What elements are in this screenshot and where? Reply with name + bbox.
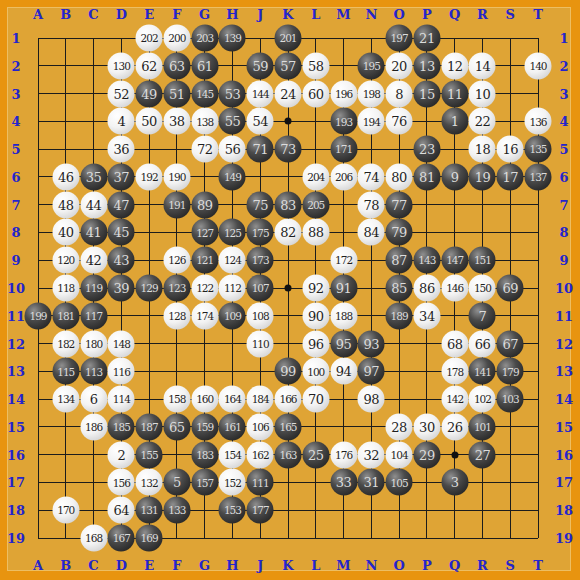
stone-B8-move-40[interactable]: 40 — [52, 219, 79, 246]
stone-H5-move-56[interactable]: 56 — [219, 136, 246, 163]
stone-F14-move-158[interactable]: 158 — [163, 386, 190, 413]
stone-F6-move-190[interactable]: 190 — [163, 163, 190, 190]
stone-J12-move-110-label: 110 — [252, 338, 269, 349]
stone-B18-move-170[interactable]: 170 — [52, 497, 79, 524]
stone-F18-move-133[interactable]: 133 — [163, 497, 190, 524]
coord-top-H: H — [226, 7, 238, 22]
stone-D10-move-39[interactable]: 39 — [108, 275, 135, 302]
stone-H3-move-53-label: 53 — [225, 87, 241, 100]
stone-H11-move-109[interactable]: 109 — [219, 302, 246, 329]
stone-H6-move-149-label: 149 — [224, 172, 241, 183]
stone-H3-move-53[interactable]: 53 — [219, 80, 246, 107]
stone-Q10-move-146[interactable]: 146 — [441, 275, 468, 302]
stone-G3-move-145[interactable]: 145 — [191, 80, 218, 107]
stone-H9-move-124[interactable]: 124 — [219, 247, 246, 274]
coord-bottom-E: E — [144, 558, 154, 573]
stone-S12-move-67[interactable]: 67 — [497, 330, 524, 357]
stone-N16-move-32[interactable]: 32 — [358, 441, 385, 468]
stone-T5-move-135-label: 135 — [529, 144, 546, 155]
stone-E4-move-50[interactable]: 50 — [136, 108, 163, 135]
stone-G8-move-127[interactable]: 127 — [191, 219, 218, 246]
stone-L8-move-88[interactable]: 88 — [302, 219, 329, 246]
stone-G17-move-157[interactable]: 157 — [191, 469, 218, 496]
stone-P9-move-143-label: 143 — [418, 255, 435, 266]
stone-O3-move-8-label: 8 — [395, 87, 403, 100]
stone-E1-move-202-label: 202 — [141, 33, 158, 44]
stone-Q10-move-146-label: 146 — [446, 283, 463, 294]
stone-F11-move-128[interactable]: 128 — [163, 302, 190, 329]
stone-J11-move-108[interactable]: 108 — [247, 302, 274, 329]
stone-N2-move-195[interactable]: 195 — [358, 52, 385, 79]
stone-H17-move-152[interactable]: 152 — [219, 469, 246, 496]
stone-B6-move-46[interactable]: 46 — [52, 163, 79, 190]
stone-L3-move-60[interactable]: 60 — [302, 80, 329, 107]
stone-J7-move-75[interactable]: 75 — [247, 191, 274, 218]
stone-D15-move-185-label: 185 — [113, 422, 130, 433]
stone-K8-move-82[interactable]: 82 — [275, 219, 302, 246]
stone-M5-move-171[interactable]: 171 — [330, 136, 357, 163]
stone-C15-move-186-label: 186 — [85, 422, 102, 433]
stone-E3-move-49[interactable]: 49 — [136, 80, 163, 107]
stone-R10-move-150-label: 150 — [474, 283, 491, 294]
stone-G4-move-138[interactable]: 138 — [191, 108, 218, 135]
stone-O8-move-79[interactable]: 79 — [386, 219, 413, 246]
stone-H8-move-125[interactable]: 125 — [219, 219, 246, 246]
coord-left-12: 12 — [7, 336, 25, 351]
coord-top-T: T — [533, 7, 543, 22]
stone-L16-move-25[interactable]: 25 — [302, 441, 329, 468]
stone-L11-move-90[interactable]: 90 — [302, 302, 329, 329]
stone-R12-move-66-label: 66 — [475, 337, 491, 350]
stone-P3-move-15-label: 15 — [419, 87, 435, 100]
stone-D4-move-4[interactable]: 4 — [108, 108, 135, 135]
stone-R16-move-27[interactable]: 27 — [469, 441, 496, 468]
coord-right-1: 1 — [559, 31, 568, 46]
stone-F10-move-123-label: 123 — [168, 283, 185, 294]
stone-J9-move-173[interactable]: 173 — [247, 247, 274, 274]
stone-C15-move-186[interactable]: 186 — [80, 413, 107, 440]
stone-E15-move-187[interactable]: 187 — [136, 413, 163, 440]
stone-L13-move-100[interactable]: 100 — [302, 358, 329, 385]
stone-K13-move-99[interactable]: 99 — [275, 358, 302, 385]
stone-J14-move-184[interactable]: 184 — [247, 386, 274, 413]
stone-G14-move-160[interactable]: 160 — [191, 386, 218, 413]
stone-M4-move-193[interactable]: 193 — [330, 108, 357, 135]
coord-right-9: 9 — [559, 253, 568, 268]
stone-O15-move-28[interactable]: 28 — [386, 413, 413, 440]
stone-D6-move-37[interactable]: 37 — [108, 163, 135, 190]
stone-Q17-move-3[interactable]: 3 — [441, 469, 468, 496]
stone-N4-move-194[interactable]: 194 — [358, 108, 385, 135]
stone-R5-move-18-label: 18 — [475, 143, 491, 156]
stone-D8-move-45[interactable]: 45 — [108, 219, 135, 246]
stone-F2-move-63[interactable]: 63 — [163, 52, 190, 79]
stone-G15-move-159-label: 159 — [196, 422, 213, 433]
coord-bottom-H: H — [226, 558, 238, 573]
coord-bottom-J: J — [257, 558, 263, 573]
stone-P10-move-86-label: 86 — [419, 282, 435, 295]
stone-F3-move-51[interactable]: 51 — [163, 80, 190, 107]
stone-S12-move-67-label: 67 — [502, 337, 518, 350]
stone-O9-move-87[interactable]: 87 — [386, 247, 413, 274]
stone-M13-move-94-label: 94 — [336, 365, 352, 378]
stone-G16-move-183[interactable]: 183 — [191, 441, 218, 468]
stone-P5-move-23[interactable]: 23 — [413, 136, 440, 163]
stone-M3-move-196[interactable]: 196 — [330, 80, 357, 107]
stone-H1-move-139-label: 139 — [224, 33, 241, 44]
stone-N16-move-32-label: 32 — [364, 448, 380, 461]
stone-J5-move-71[interactable]: 71 — [247, 136, 274, 163]
stone-T5-move-135[interactable]: 135 — [525, 136, 552, 163]
stone-M9-move-172[interactable]: 172 — [330, 247, 357, 274]
stone-D12-move-148[interactable]: 148 — [108, 330, 135, 357]
stone-N12-move-93[interactable]: 93 — [358, 330, 385, 357]
stone-P9-move-143[interactable]: 143 — [413, 247, 440, 274]
stone-F4-move-38[interactable]: 38 — [163, 108, 190, 135]
stone-H4-move-55[interactable]: 55 — [219, 108, 246, 135]
stone-K14-move-166[interactable]: 166 — [275, 386, 302, 413]
stone-J16-move-162[interactable]: 162 — [247, 441, 274, 468]
stone-N14-move-98[interactable]: 98 — [358, 386, 385, 413]
stone-R14-move-102[interactable]: 102 — [469, 386, 496, 413]
stone-S6-move-17[interactable]: 17 — [497, 163, 524, 190]
stone-J4-move-54[interactable]: 54 — [247, 108, 274, 135]
stone-K5-move-73[interactable]: 73 — [275, 136, 302, 163]
stone-B10-move-118[interactable]: 118 — [52, 275, 79, 302]
stone-R11-move-7[interactable]: 7 — [469, 302, 496, 329]
stone-E19-move-169-label: 169 — [141, 533, 158, 544]
stone-K15-move-165[interactable]: 165 — [275, 413, 302, 440]
stone-D7-move-47[interactable]: 47 — [108, 191, 135, 218]
stone-R6-move-19[interactable]: 19 — [469, 163, 496, 190]
star-point-K10 — [285, 285, 292, 292]
stone-K16-move-163[interactable]: 163 — [275, 441, 302, 468]
coord-left-19: 19 — [7, 531, 25, 546]
stone-O8-move-79-label: 79 — [391, 226, 407, 239]
star-point-Q16 — [451, 451, 458, 458]
stone-F10-move-123[interactable]: 123 — [163, 275, 190, 302]
stone-E1-move-202[interactable]: 202 — [136, 25, 163, 52]
stone-B7-move-48[interactable]: 48 — [52, 191, 79, 218]
stone-J10-move-107[interactable]: 107 — [247, 275, 274, 302]
coord-right-4: 4 — [559, 114, 568, 129]
stone-C19-move-168[interactable]: 168 — [80, 525, 107, 552]
stone-P2-move-13[interactable]: 13 — [413, 52, 440, 79]
stone-N8-move-84[interactable]: 84 — [358, 219, 385, 246]
stone-F15-move-65-label: 65 — [169, 420, 185, 433]
stone-J12-move-110[interactable]: 110 — [247, 330, 274, 357]
stone-G4-move-138-label: 138 — [196, 116, 213, 127]
stone-B9-move-120[interactable]: 120 — [52, 247, 79, 274]
stone-S13-move-179[interactable]: 179 — [497, 358, 524, 385]
stone-F9-move-126[interactable]: 126 — [163, 247, 190, 274]
stone-Q12-move-68-label: 68 — [447, 337, 463, 350]
stone-F17-move-5[interactable]: 5 — [163, 469, 190, 496]
stone-F1-move-200[interactable]: 200 — [163, 25, 190, 52]
stone-O6-move-80[interactable]: 80 — [386, 163, 413, 190]
stone-R4-move-22[interactable]: 22 — [469, 108, 496, 135]
stone-G10-move-122[interactable]: 122 — [191, 275, 218, 302]
stone-Q17-move-3-label: 3 — [451, 476, 459, 489]
stone-K7-move-83[interactable]: 83 — [275, 191, 302, 218]
stone-N13-move-97[interactable]: 97 — [358, 358, 385, 385]
coord-top-L: L — [311, 7, 320, 22]
stone-G7-move-89[interactable]: 89 — [191, 191, 218, 218]
stone-Q15-move-26-label: 26 — [447, 420, 463, 433]
stone-G11-move-174[interactable]: 174 — [191, 302, 218, 329]
stone-E18-move-131[interactable]: 131 — [136, 497, 163, 524]
coord-left-7: 7 — [11, 197, 20, 212]
stone-C7-move-44[interactable]: 44 — [80, 191, 107, 218]
go-board[interactable]: AABBCCDDEEFFGGHHJJKKLLMMNNOOPPQQRRSSTT11… — [0, 0, 580, 580]
stone-S10-move-69-label: 69 — [502, 282, 518, 295]
stone-Q4-move-1[interactable]: 1 — [441, 108, 468, 135]
stone-D18-move-64[interactable]: 64 — [108, 497, 135, 524]
stone-B13-move-115[interactable]: 115 — [52, 358, 79, 385]
stone-B11-move-181[interactable]: 181 — [52, 302, 79, 329]
stone-R12-move-66[interactable]: 66 — [469, 330, 496, 357]
stone-J17-move-111[interactable]: 111 — [247, 469, 274, 496]
stone-H18-move-153[interactable]: 153 — [219, 497, 246, 524]
stone-E17-move-132[interactable]: 132 — [136, 469, 163, 496]
stone-O3-move-8[interactable]: 8 — [386, 80, 413, 107]
stone-C10-move-119[interactable]: 119 — [80, 275, 107, 302]
stone-R9-move-151[interactable]: 151 — [469, 247, 496, 274]
stone-H16-move-154[interactable]: 154 — [219, 441, 246, 468]
stone-G15-move-159[interactable]: 159 — [191, 413, 218, 440]
stone-H15-move-161[interactable]: 161 — [219, 413, 246, 440]
coord-bottom-L: L — [311, 558, 320, 573]
stone-Q9-move-147[interactable]: 147 — [441, 247, 468, 274]
coord-right-12: 12 — [555, 336, 573, 351]
coord-top-R: R — [477, 7, 488, 22]
stone-C11-move-117[interactable]: 117 — [80, 302, 107, 329]
stone-M10-move-91[interactable]: 91 — [330, 275, 357, 302]
stone-O2-move-20[interactable]: 20 — [386, 52, 413, 79]
coord-top-Q: Q — [449, 7, 460, 22]
stone-R15-move-101-label: 101 — [474, 422, 491, 433]
stone-O16-move-104-label: 104 — [391, 449, 408, 460]
stone-H11-move-109-label: 109 — [224, 311, 241, 322]
stone-D18-move-64-label: 64 — [114, 504, 130, 517]
coord-bottom-C: C — [88, 558, 98, 573]
stone-S5-move-16[interactable]: 16 — [497, 136, 524, 163]
stone-C6-move-35[interactable]: 35 — [80, 163, 107, 190]
stone-O7-move-77-label: 77 — [391, 198, 407, 211]
stone-S10-move-69[interactable]: 69 — [497, 275, 524, 302]
stone-B8-move-40-label: 40 — [58, 226, 74, 239]
stone-L10-move-92[interactable]: 92 — [302, 275, 329, 302]
stone-T2-move-140-label: 140 — [529, 61, 546, 72]
stone-O17-move-105[interactable]: 105 — [386, 469, 413, 496]
stone-S14-move-103[interactable]: 103 — [497, 386, 524, 413]
stone-O10-move-85[interactable]: 85 — [386, 275, 413, 302]
coord-left-1: 1 — [11, 31, 20, 46]
stone-L12-move-96[interactable]: 96 — [302, 330, 329, 357]
stone-E16-move-155[interactable]: 155 — [136, 441, 163, 468]
stone-Q13-move-178[interactable]: 178 — [441, 358, 468, 385]
stone-H6-move-149[interactable]: 149 — [219, 163, 246, 190]
stone-J8-move-175[interactable]: 175 — [247, 219, 274, 246]
stone-D5-move-36[interactable]: 36 — [108, 136, 135, 163]
stone-R5-move-18[interactable]: 18 — [469, 136, 496, 163]
stone-Q3-move-11[interactable]: 11 — [441, 80, 468, 107]
stone-R2-move-14[interactable]: 14 — [469, 52, 496, 79]
stone-L6-move-204[interactable]: 204 — [302, 163, 329, 190]
stone-D13-move-116[interactable]: 116 — [108, 358, 135, 385]
stone-P10-move-86[interactable]: 86 — [413, 275, 440, 302]
stone-F7-move-191[interactable]: 191 — [163, 191, 190, 218]
stone-Q2-move-12[interactable]: 12 — [441, 52, 468, 79]
stone-C12-move-180[interactable]: 180 — [80, 330, 107, 357]
stone-J4-move-54-label: 54 — [252, 115, 268, 128]
stone-P15-move-30[interactable]: 30 — [413, 413, 440, 440]
stone-B6-move-46-label: 46 — [58, 170, 74, 183]
stone-G9-move-121-label: 121 — [196, 255, 213, 266]
stone-D3-move-52[interactable]: 52 — [108, 80, 135, 107]
stone-N2-move-195-label: 195 — [363, 61, 380, 72]
stone-J15-move-106[interactable]: 106 — [247, 413, 274, 440]
stone-O7-move-77[interactable]: 77 — [386, 191, 413, 218]
stone-F11-move-128-label: 128 — [168, 311, 185, 322]
stone-D17-move-156[interactable]: 156 — [108, 469, 135, 496]
stone-H1-move-139[interactable]: 139 — [219, 25, 246, 52]
stone-G8-move-127-label: 127 — [196, 227, 213, 238]
coord-right-13: 13 — [555, 364, 573, 379]
stone-K3-move-24[interactable]: 24 — [275, 80, 302, 107]
stone-F15-move-65[interactable]: 65 — [163, 413, 190, 440]
coord-left-15: 15 — [7, 419, 25, 434]
stone-M12-move-95[interactable]: 95 — [330, 330, 357, 357]
stone-J7-move-75-label: 75 — [252, 198, 268, 211]
stone-H16-move-154-label: 154 — [224, 449, 241, 460]
stone-O1-move-197[interactable]: 197 — [386, 25, 413, 52]
stone-M16-move-176[interactable]: 176 — [330, 441, 357, 468]
stone-Q15-move-26[interactable]: 26 — [441, 413, 468, 440]
stone-N17-move-31[interactable]: 31 — [358, 469, 385, 496]
stone-R3-move-10[interactable]: 10 — [469, 80, 496, 107]
stone-N4-move-194-label: 194 — [363, 116, 380, 127]
stone-P1-move-21[interactable]: 21 — [413, 25, 440, 52]
stone-M17-move-33-label: 33 — [336, 476, 352, 489]
coord-right-6: 6 — [559, 169, 568, 184]
stone-C9-move-42[interactable]: 42 — [80, 247, 107, 274]
stone-J18-move-177[interactable]: 177 — [247, 497, 274, 524]
stone-E2-move-62[interactable]: 62 — [136, 52, 163, 79]
stone-Q12-move-68[interactable]: 68 — [441, 330, 468, 357]
stone-N3-move-198[interactable]: 198 — [358, 80, 385, 107]
stone-Q6-move-9[interactable]: 9 — [441, 163, 468, 190]
stone-G5-move-72[interactable]: 72 — [191, 136, 218, 163]
stone-L7-move-205[interactable]: 205 — [302, 191, 329, 218]
stone-C19-move-168-label: 168 — [85, 533, 102, 544]
stone-D14-move-114[interactable]: 114 — [108, 386, 135, 413]
stone-G9-move-121[interactable]: 121 — [191, 247, 218, 274]
star-point-K4 — [285, 118, 292, 125]
stone-L10-move-92-label: 92 — [308, 282, 324, 295]
stone-D4-move-4-label: 4 — [117, 115, 125, 128]
coord-bottom-T: T — [533, 558, 543, 573]
stone-D17-move-156-label: 156 — [113, 477, 130, 488]
stone-F17-move-5-label: 5 — [173, 476, 181, 489]
stone-K1-move-201[interactable]: 201 — [275, 25, 302, 52]
coord-left-11: 11 — [7, 308, 25, 323]
stone-M12-move-95-label: 95 — [336, 337, 352, 350]
stone-P11-move-34[interactable]: 34 — [413, 302, 440, 329]
stone-J2-move-59[interactable]: 59 — [247, 52, 274, 79]
stone-D9-move-43[interactable]: 43 — [108, 247, 135, 274]
stone-A11-move-199[interactable]: 199 — [25, 302, 52, 329]
stone-L14-move-70[interactable]: 70 — [302, 386, 329, 413]
coord-left-18: 18 — [7, 503, 25, 518]
stone-D16-move-2[interactable]: 2 — [108, 441, 135, 468]
stone-R10-move-150[interactable]: 150 — [469, 275, 496, 302]
stone-G16-move-183-label: 183 — [196, 449, 213, 460]
stone-M11-move-188[interactable]: 188 — [330, 302, 357, 329]
stone-J11-move-108-label: 108 — [252, 311, 269, 322]
stone-M17-move-33[interactable]: 33 — [330, 469, 357, 496]
stone-E19-move-169[interactable]: 169 — [136, 525, 163, 552]
stone-L2-move-58[interactable]: 58 — [302, 52, 329, 79]
stone-P3-move-15[interactable]: 15 — [413, 80, 440, 107]
stone-R13-move-141[interactable]: 141 — [469, 358, 496, 385]
stone-P16-move-29[interactable]: 29 — [413, 441, 440, 468]
stone-P11-move-34-label: 34 — [419, 309, 435, 322]
stone-D2-move-130[interactable]: 130 — [108, 52, 135, 79]
stone-D15-move-185[interactable]: 185 — [108, 413, 135, 440]
stone-G11-move-174-label: 174 — [196, 311, 213, 322]
stone-K2-move-57[interactable]: 57 — [275, 52, 302, 79]
stone-O4-move-76[interactable]: 76 — [386, 108, 413, 135]
stone-R15-move-101[interactable]: 101 — [469, 413, 496, 440]
coord-right-8: 8 — [559, 225, 568, 240]
stone-J3-move-144[interactable]: 144 — [247, 80, 274, 107]
stone-D9-move-43-label: 43 — [114, 254, 130, 267]
stone-H10-move-112[interactable]: 112 — [219, 275, 246, 302]
stone-H14-move-164[interactable]: 164 — [219, 386, 246, 413]
stone-B12-move-182[interactable]: 182 — [52, 330, 79, 357]
coord-left-10: 10 — [7, 281, 25, 296]
stone-T2-move-140[interactable]: 140 — [525, 52, 552, 79]
stone-E6-move-192[interactable]: 192 — [136, 163, 163, 190]
stone-T4-move-136[interactable]: 136 — [525, 108, 552, 135]
stone-M16-move-176-label: 176 — [335, 449, 352, 460]
stone-E10-move-129[interactable]: 129 — [136, 275, 163, 302]
stone-N6-move-74[interactable]: 74 — [358, 163, 385, 190]
stone-F3-move-51-label: 51 — [169, 87, 185, 100]
stone-C14-move-6[interactable]: 6 — [80, 386, 107, 413]
stone-B14-move-134[interactable]: 134 — [52, 386, 79, 413]
stone-O16-move-104[interactable]: 104 — [386, 441, 413, 468]
coord-top-A: A — [33, 7, 43, 22]
stone-Q14-move-142[interactable]: 142 — [441, 386, 468, 413]
stone-H4-move-55-label: 55 — [225, 115, 241, 128]
stone-T6-move-137[interactable]: 137 — [525, 163, 552, 190]
stone-D2-move-130-label: 130 — [113, 61, 130, 72]
stone-N7-move-78[interactable]: 78 — [358, 191, 385, 218]
stone-C13-move-113[interactable]: 113 — [80, 358, 107, 385]
stone-D19-move-167[interactable]: 167 — [108, 525, 135, 552]
stone-L8-move-88-label: 88 — [308, 226, 324, 239]
stone-G1-move-203[interactable]: 203 — [191, 25, 218, 52]
stone-G2-move-61[interactable]: 61 — [191, 52, 218, 79]
coord-bottom-S: S — [506, 558, 515, 573]
stone-O11-move-189[interactable]: 189 — [386, 302, 413, 329]
stone-M6-move-206[interactable]: 206 — [330, 163, 357, 190]
stone-P6-move-81[interactable]: 81 — [413, 163, 440, 190]
stone-C8-move-41[interactable]: 41 — [80, 219, 107, 246]
stone-M13-move-94[interactable]: 94 — [330, 358, 357, 385]
